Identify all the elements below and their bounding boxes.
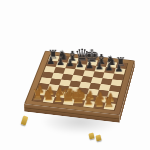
board-grid: ♜♞♝♛♚♝♞♜♟♟♟♟♟♟♟♟♟♟♟♟♟♟♟♟♜♞♝♛♚♝♞♜ [33, 55, 127, 110]
square-a5 [42, 72, 54, 79]
chess-set-photo: ♜♞♝♛♚♝♞♜♟♟♟♟♟♟♟♟♟♟♟♟♟♟♟♟♜♞♝♛♚♝♞♜ [0, 0, 150, 150]
square-h1: ♜ [104, 103, 116, 110]
brass-hinge-front-b-icon [95, 135, 101, 142]
brass-hinge-front-a-icon [88, 133, 94, 140]
piece-black-pawn: ♟ [110, 64, 128, 74]
square-h6 [112, 74, 123, 81]
piece-white-rook: ♜ [100, 97, 119, 109]
chess-board-box: ♜♞♝♛♚♝♞♜♟♟♟♟♟♟♟♟♟♟♟♟♟♟♟♟♜♞♝♛♚♝♞♜ [24, 58, 134, 123]
